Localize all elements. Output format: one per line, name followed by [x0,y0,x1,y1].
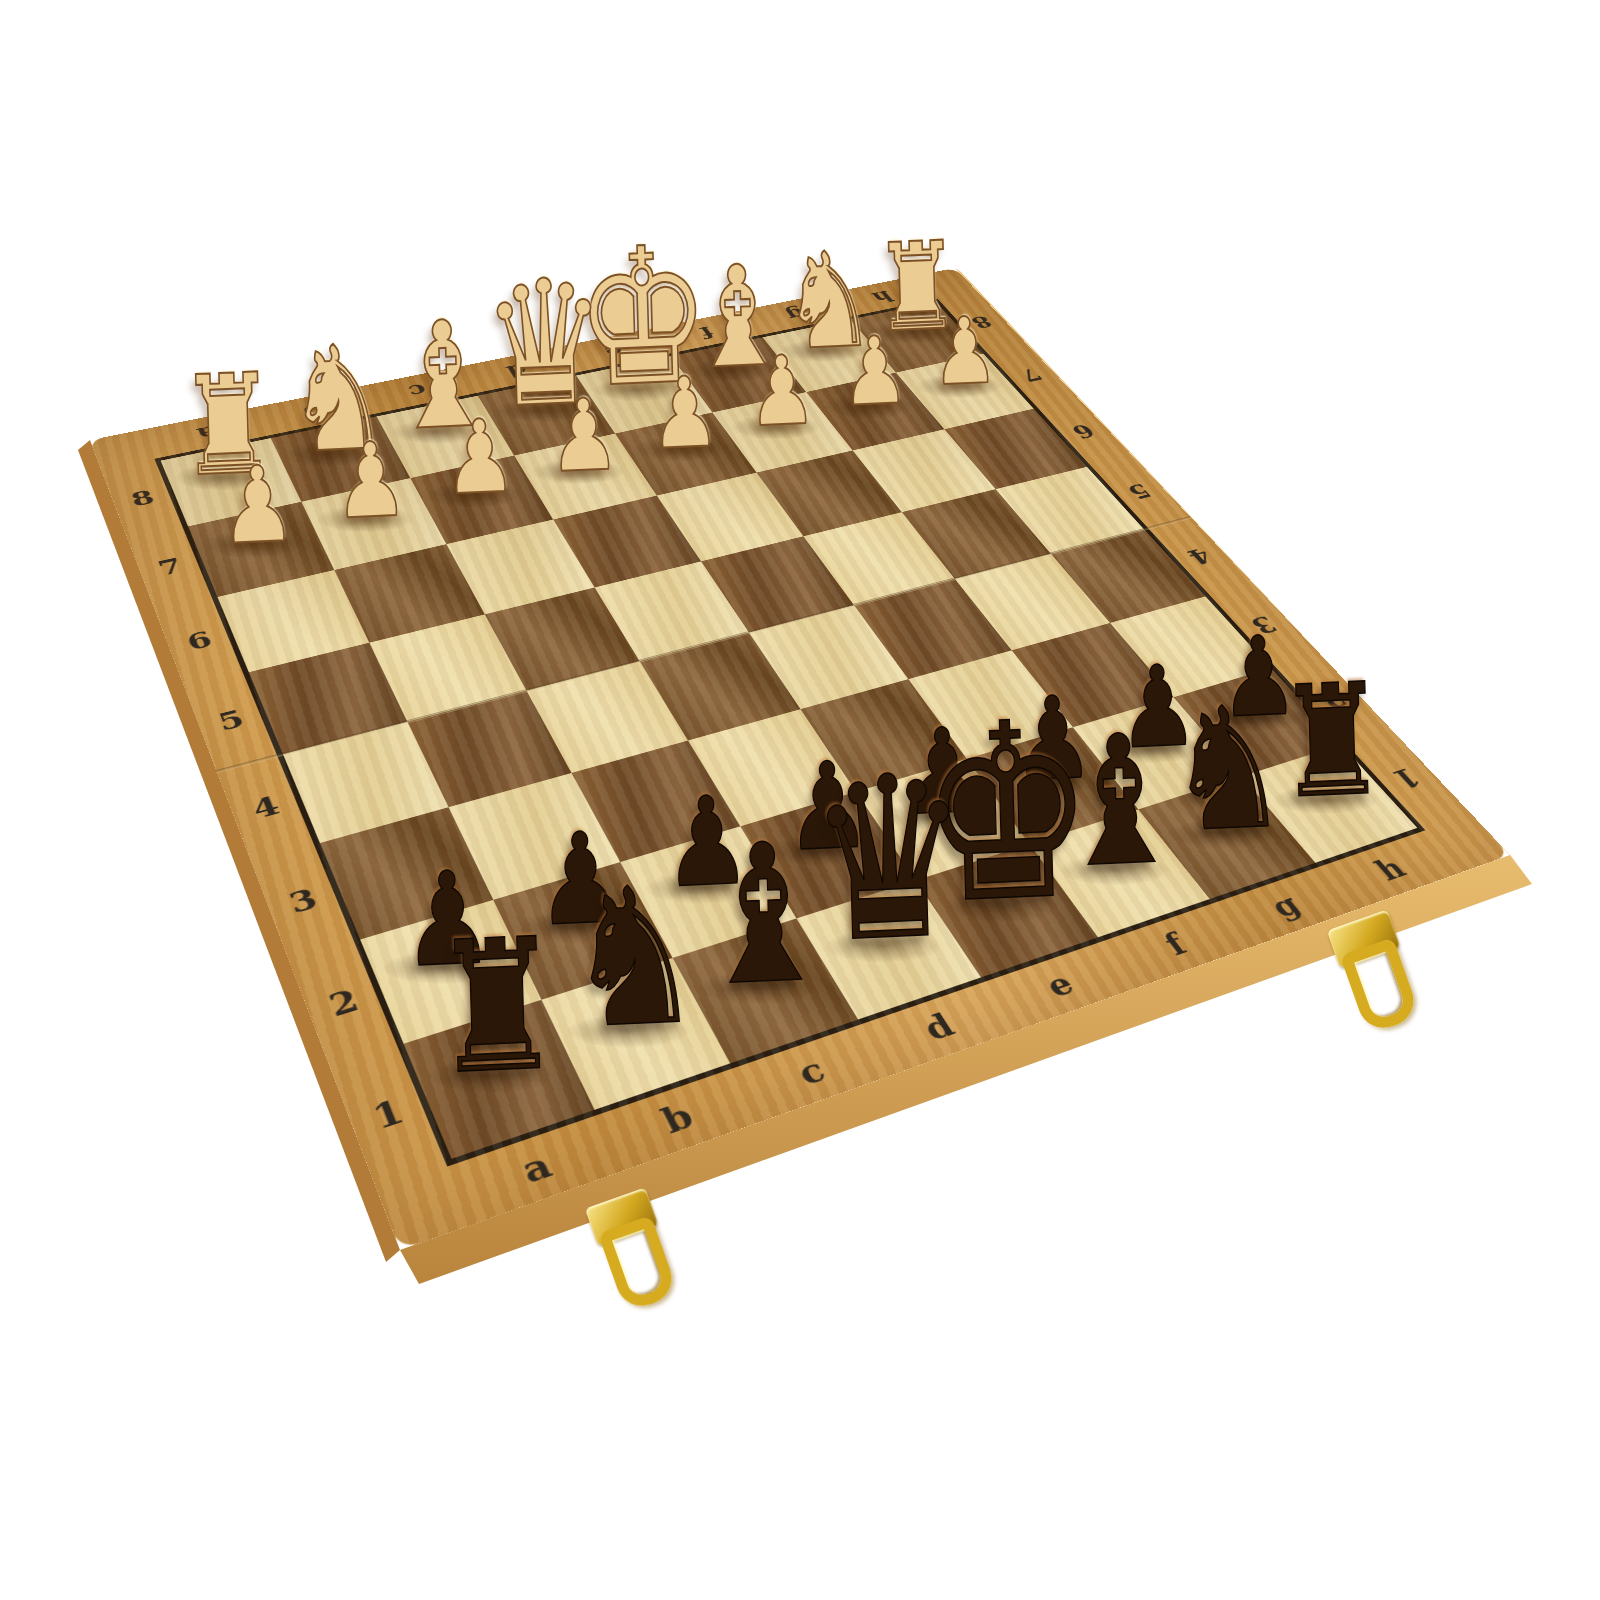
piece-black-knight[interactable]: ♞ [563,860,704,1055]
piece-white-pawn[interactable]: ♟ [547,384,621,486]
product-photo-stage: 88aa77bb66cc55dd44ee33ff22gg11hh ♜♞♝♛♚♝♞… [0,0,1600,1600]
piece-black-bishop[interactable]: ♝ [693,815,835,1012]
piece-black-rook[interactable]: ♜ [1275,663,1389,821]
piece-black-rook[interactable]: ♜ [429,913,564,1100]
piece-white-pawn[interactable]: ♟ [442,405,517,509]
piece-white-pawn[interactable]: ♟ [219,451,297,559]
piece-white-pawn[interactable]: ♟ [649,363,721,463]
piece-white-pawn[interactable]: ♟ [931,305,1000,400]
piece-white-pawn[interactable]: ♟ [333,428,410,534]
piece-white-pawn[interactable]: ♟ [746,343,817,441]
piece-white-pawn[interactable]: ♟ [840,324,910,421]
pieces-layer: ♜♞♝♛♚♝♞♜♟♟♟♟♟♟♟♟♟♟♟♟♟♟♟♟♜♞♝♛♚♝♞♜ [0,0,1600,1600]
